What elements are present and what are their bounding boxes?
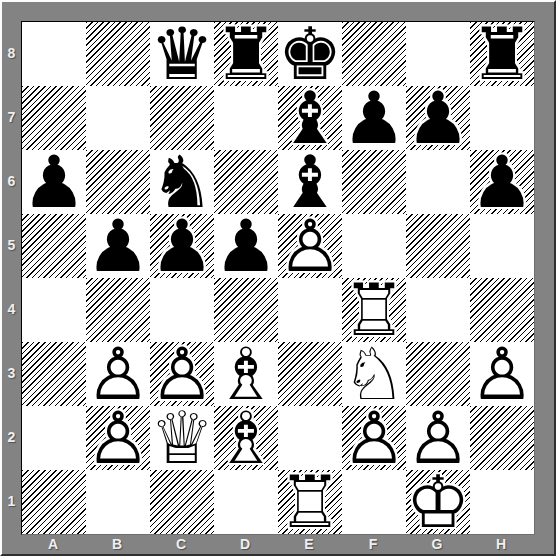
square-b4[interactable] [86,278,150,342]
piece-white-rook[interactable]: ♜♖ [278,470,342,534]
square-b5[interactable]: ♟♟ [86,214,150,278]
file-label-e: E [277,533,341,554]
square-f5[interactable] [342,214,406,278]
piece-fill-layer: ♟ [470,342,534,406]
piece-glyph: ♟ [22,150,86,214]
square-c6[interactable]: ♞♞ [150,150,214,214]
file-label-h: H [469,533,533,554]
piece-fill-layer: ♝ [214,342,278,406]
square-c2[interactable]: ♛♕ [150,406,214,470]
square-h6[interactable]: ♟♟ [470,150,534,214]
square-a4[interactable] [22,278,86,342]
square-h3[interactable]: ♟♙ [470,342,534,406]
square-h2[interactable] [470,406,534,470]
piece-black-rook[interactable]: ♜♜ [470,22,534,86]
piece-fill-layer: ♛ [150,22,214,86]
square-b8[interactable] [86,22,150,86]
file-label-g: G [405,533,469,554]
square-b1[interactable] [86,470,150,534]
piece-glyph: ♗ [214,406,278,470]
piece-black-pawn[interactable]: ♟♟ [22,150,86,214]
piece-fill-layer: ♝ [278,150,342,214]
rank-label-2: 2 [2,405,21,469]
rank-label-6: 6 [2,149,21,213]
piece-fill-layer: ♟ [342,86,406,150]
piece-glyph: ♞ [150,150,214,214]
square-a7[interactable] [22,86,86,150]
rank-label-1: 1 [2,469,21,533]
piece-black-bishop[interactable]: ♝♝ [278,150,342,214]
square-a1[interactable] [22,470,86,534]
piece-white-pawn[interactable]: ♟♙ [150,342,214,406]
square-d5[interactable]: ♟♟ [214,214,278,278]
piece-glyph: ♟ [214,214,278,278]
piece-white-pawn[interactable]: ♟♙ [470,342,534,406]
piece-white-king[interactable]: ♚♔ [406,470,470,534]
piece-fill-layer: ♝ [278,86,342,150]
piece-glyph: ♛ [150,22,214,86]
piece-fill-layer: ♝ [214,406,278,470]
piece-fill-layer: ♟ [406,406,470,470]
piece-black-pawn[interactable]: ♟♟ [406,86,470,150]
square-f4[interactable]: ♜♖ [342,278,406,342]
piece-white-pawn[interactable]: ♟♙ [406,406,470,470]
square-b2[interactable]: ♟♙ [86,406,150,470]
square-b7[interactable] [86,86,150,150]
piece-glyph: ♙ [86,342,150,406]
piece-black-queen[interactable]: ♛♛ [150,22,214,86]
square-h4[interactable] [470,278,534,342]
piece-fill-layer: ♟ [342,406,406,470]
rank-label-8: 8 [2,21,21,85]
file-label-f: F [341,533,405,554]
square-g1[interactable]: ♚♔ [406,470,470,534]
piece-glyph: ♟ [86,214,150,278]
square-g5[interactable] [406,214,470,278]
square-b3[interactable]: ♟♙ [86,342,150,406]
square-f7[interactable]: ♟♟ [342,86,406,150]
square-c5[interactable]: ♟♟ [150,214,214,278]
piece-fill-layer: ♟ [86,214,150,278]
square-a2[interactable] [22,406,86,470]
square-g2[interactable]: ♟♙ [406,406,470,470]
square-a3[interactable] [22,342,86,406]
piece-fill-layer: ♟ [86,342,150,406]
piece-white-rook[interactable]: ♜♖ [342,278,406,342]
square-e7[interactable]: ♝♝ [278,86,342,150]
piece-white-bishop[interactable]: ♝♗ [214,406,278,470]
square-e8[interactable]: ♚♚ [278,22,342,86]
square-a5[interactable] [22,214,86,278]
square-g8[interactable] [406,22,470,86]
square-d1[interactable] [214,470,278,534]
square-a6[interactable]: ♟♟ [22,150,86,214]
piece-fill-layer: ♟ [406,86,470,150]
piece-fill-layer: ♜ [470,22,534,86]
piece-fill-layer: ♚ [278,22,342,86]
piece-glyph: ♙ [150,342,214,406]
piece-fill-layer: ♟ [278,214,342,278]
piece-fill-layer: ♟ [150,342,214,406]
piece-white-pawn[interactable]: ♟♙ [278,214,342,278]
piece-black-pawn[interactable]: ♟♟ [214,214,278,278]
piece-fill-layer: ♟ [470,150,534,214]
piece-white-pawn[interactable]: ♟♙ [342,406,406,470]
piece-glyph: ♟ [470,150,534,214]
piece-glyph: ♙ [278,214,342,278]
piece-glyph: ♙ [470,342,534,406]
file-label-b: B [85,533,149,554]
file-label-c: C [149,533,213,554]
square-f2[interactable]: ♟♙ [342,406,406,470]
piece-glyph: ♙ [86,406,150,470]
square-d2[interactable]: ♝♗ [214,406,278,470]
piece-glyph: ♖ [342,278,406,342]
file-label-d: D [213,533,277,554]
rank-labels: 87654321 [2,21,21,533]
square-d3[interactable]: ♝♗ [214,342,278,406]
piece-glyph: ♚ [278,22,342,86]
piece-glyph: ♔ [406,470,470,534]
square-e1[interactable]: ♜♖ [278,470,342,534]
piece-fill-layer: ♟ [214,214,278,278]
piece-fill-layer: ♜ [214,22,278,86]
square-d4[interactable] [214,278,278,342]
piece-white-queen[interactable]: ♛♕ [150,406,214,470]
file-labels: ABCDEFGH [21,533,533,554]
square-c7[interactable] [150,86,214,150]
piece-black-pawn[interactable]: ♟♟ [470,150,534,214]
square-e3[interactable] [278,342,342,406]
square-d7[interactable] [214,86,278,150]
square-h5[interactable] [470,214,534,278]
piece-fill-layer: ♜ [342,278,406,342]
square-f3[interactable]: ♞♘ [342,342,406,406]
square-c3[interactable]: ♟♙ [150,342,214,406]
rank-label-4: 4 [2,277,21,341]
piece-glyph: ♟ [342,86,406,150]
square-e6[interactable]: ♝♝ [278,150,342,214]
rank-label-7: 7 [2,85,21,149]
piece-glyph: ♟ [150,214,214,278]
piece-fill-layer: ♚ [406,470,470,534]
piece-glyph: ♜ [470,22,534,86]
piece-fill-layer: ♜ [278,470,342,534]
square-f1[interactable] [342,470,406,534]
piece-white-bishop[interactable]: ♝♗ [214,342,278,406]
square-e2[interactable] [278,406,342,470]
square-d6[interactable] [214,150,278,214]
piece-glyph: ♝ [278,150,342,214]
piece-white-pawn[interactable]: ♟♙ [86,342,150,406]
piece-fill-layer: ♟ [150,214,214,278]
square-h7[interactable] [470,86,534,150]
square-g6[interactable] [406,150,470,214]
file-label-a: A [21,533,85,554]
piece-fill-layer: ♞ [150,150,214,214]
square-h1[interactable] [470,470,534,534]
piece-black-pawn[interactable]: ♟♟ [342,86,406,150]
chess-board[interactable]: ♛♛♜♜♚♚♜♜♝♝♟♟♟♟♟♟♞♞♝♝♟♟♟♟♟♟♟♟♟♙♜♖♟♙♟♙♝♗♞♘… [21,21,535,535]
piece-fill-layer: ♟ [86,406,150,470]
piece-glyph: ♟ [406,86,470,150]
square-c4[interactable] [150,278,214,342]
square-f8[interactable] [342,22,406,86]
piece-glyph: ♕ [150,406,214,470]
square-c8[interactable]: ♛♛ [150,22,214,86]
square-h8[interactable]: ♜♜ [470,22,534,86]
piece-fill-layer: ♟ [22,150,86,214]
piece-black-pawn[interactable]: ♟♟ [150,214,214,278]
piece-glyph: ♙ [406,406,470,470]
piece-glyph: ♝ [278,86,342,150]
piece-black-bishop[interactable]: ♝♝ [278,86,342,150]
piece-glyph: ♖ [278,470,342,534]
square-g7[interactable]: ♟♟ [406,86,470,150]
piece-white-knight[interactable]: ♞♘ [342,342,406,406]
square-g3[interactable] [406,342,470,406]
board-frame: 87654321 ♛♛♜♜♚♚♜♜♝♝♟♟♟♟♟♟♞♞♝♝♟♟♟♟♟♟♟♟♟♙♜… [0,0,556,556]
piece-glyph: ♙ [342,406,406,470]
square-e4[interactable] [278,278,342,342]
piece-white-pawn[interactable]: ♟♙ [86,406,150,470]
piece-glyph: ♘ [342,342,406,406]
square-b6[interactable] [86,150,150,214]
piece-black-pawn[interactable]: ♟♟ [86,214,150,278]
rank-label-3: 3 [2,341,21,405]
piece-black-rook[interactable]: ♜♜ [214,22,278,86]
square-e5[interactable]: ♟♙ [278,214,342,278]
square-d8[interactable]: ♜♜ [214,22,278,86]
piece-fill-layer: ♞ [342,342,406,406]
piece-glyph: ♜ [214,22,278,86]
square-a8[interactable] [22,22,86,86]
piece-glyph: ♗ [214,342,278,406]
square-f6[interactable] [342,150,406,214]
piece-fill-layer: ♛ [150,406,214,470]
rank-label-5: 5 [2,213,21,277]
piece-black-knight[interactable]: ♞♞ [150,150,214,214]
square-g4[interactable] [406,278,470,342]
piece-black-king[interactable]: ♚♚ [278,22,342,86]
square-c1[interactable] [150,470,214,534]
